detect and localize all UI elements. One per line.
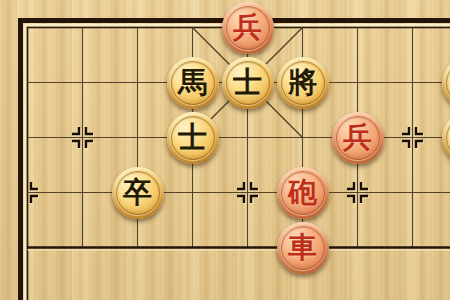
piece-unidentified-black-piece-clipped[interactable] xyxy=(442,112,450,164)
piece-grid: 兵馬士將士兵卒砲車 xyxy=(0,0,450,300)
piece-red-chariot[interactable]: 車 xyxy=(277,222,329,274)
piece-red-soldier[interactable]: 兵 xyxy=(222,2,274,54)
piece-black-general[interactable]: 將 xyxy=(277,57,329,109)
piece-red-soldier[interactable]: 兵 xyxy=(332,112,384,164)
piece-black-advisor[interactable]: 士 xyxy=(222,57,274,109)
piece-red-cannon[interactable]: 砲 xyxy=(277,167,329,219)
piece-character: 士 xyxy=(178,123,207,152)
piece-character: 車 xyxy=(288,233,317,262)
piece-black-soldier[interactable]: 卒 xyxy=(112,167,164,219)
piece-character: 兵 xyxy=(343,123,372,152)
piece-character: 砲 xyxy=(288,178,317,207)
piece-character: 士 xyxy=(233,68,262,97)
piece-black-horse[interactable]: 馬 xyxy=(167,57,219,109)
piece-character: 將 xyxy=(288,68,317,97)
xiangqi-board-stage: 兵馬士將士兵卒砲車 xyxy=(0,0,450,300)
piece-black-advisor[interactable]: 士 xyxy=(167,112,219,164)
piece-character: 兵 xyxy=(233,13,262,42)
piece-unidentified-black-piece-clipped[interactable] xyxy=(442,57,450,109)
piece-character: 卒 xyxy=(123,178,152,207)
piece-character: 馬 xyxy=(178,68,207,97)
